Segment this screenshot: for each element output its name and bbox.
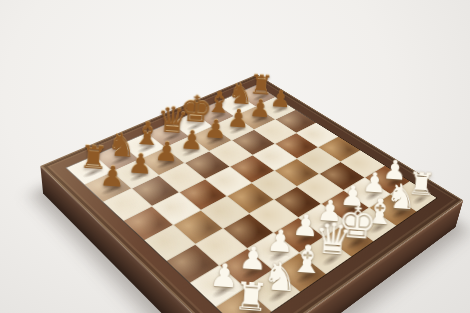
brown-pawn-a7: ♟ <box>94 141 131 191</box>
scene: ♜♞♝♛♚♝♞♜♟♟♟♟♟♟♟♟♟♟♟♟♟♟♟♟♜♞♝♛♚♝♞♜ <box>0 0 470 313</box>
chess-board: ♜♞♝♛♚♝♞♜♟♟♟♟♟♟♟♟♟♟♟♟♟♟♟♟♜♞♝♛♚♝♞♜ <box>40 74 463 313</box>
white-rook-a1: ♜ <box>229 257 274 313</box>
photo-backdrop: ♜♞♝♛♚♝♞♜♟♟♟♟♟♟♟♟♟♟♟♟♟♟♟♟♜♞♝♛♚♝♞♜ <box>0 0 470 313</box>
